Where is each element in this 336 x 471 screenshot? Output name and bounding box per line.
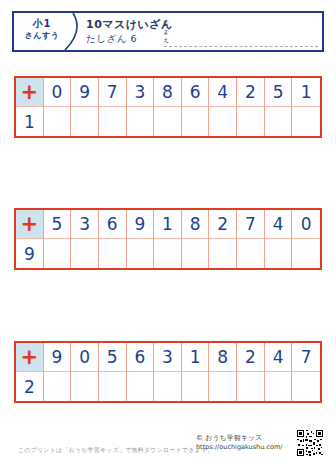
grid1-addend-cell: 1 [16, 107, 44, 136]
addition-grid-2: +53691827409 [14, 208, 322, 270]
grid1-answer-cell-3[interactable] [127, 107, 155, 136]
grid2-answer-cell-5[interactable] [182, 239, 210, 268]
grid2-answer-cell-6[interactable] [209, 239, 237, 268]
grid1-answer-cell-4[interactable] [154, 107, 182, 136]
grid3-answer-cell-5[interactable] [182, 372, 210, 401]
grid2-operand-cell-7: 7 [237, 210, 265, 239]
addition-grid-1: +09738642511 [14, 76, 322, 138]
grid3-answer-cell-1[interactable] [71, 372, 99, 401]
grid1-answer-cell-1[interactable] [71, 107, 99, 136]
grid1-answer-cell-0[interactable] [44, 107, 72, 136]
grid3-operand-cell-4: 3 [154, 343, 182, 372]
grid3-answer-cell-9[interactable] [292, 372, 320, 401]
worksheet-page: 小1 さんすう 10マスけいざん たしざん 6 なまえ +09738642511… [0, 0, 336, 471]
grid1-operand-cell-8: 5 [265, 78, 293, 107]
label-divider-curve [64, 13, 84, 50]
grid2-answer-cell-3[interactable] [127, 239, 155, 268]
name-field-label: なまえ [162, 16, 170, 41]
grid2-operand-cell-6: 2 [209, 210, 237, 239]
grid2-operand-cell-9: 0 [292, 210, 320, 239]
subject-label: さんすう [19, 30, 65, 41]
worksheet-title-block: 10マスけいざん たしざん 6 [86, 17, 173, 46]
grid3-operator-cell: + [16, 343, 44, 372]
grid1-answer-cell-9[interactable] [292, 107, 320, 136]
grid3-operand-cell-1: 0 [71, 343, 99, 372]
grid2-answer-cell-4[interactable] [154, 239, 182, 268]
grade-subject-label: 小1 さんすう [19, 17, 65, 41]
grid1-operand-cell-3: 3 [127, 78, 155, 107]
grid1-answer-cell-8[interactable] [265, 107, 293, 136]
grid3-operand-cell-5: 1 [182, 343, 210, 372]
grid1-answer-cell-2[interactable] [99, 107, 127, 136]
grid1-operand-cell-1: 9 [71, 78, 99, 107]
worksheet-subtitle: たしざん 6 [86, 32, 173, 46]
grid1-operator-cell: + [16, 78, 44, 107]
grid1-operand-cell-9: 1 [292, 78, 320, 107]
grid3-answer-cell-4[interactable] [154, 372, 182, 401]
grid3-operand-cell-2: 5 [99, 343, 127, 372]
grid2-operand-cell-2: 6 [99, 210, 127, 239]
footer-note: このプリントは「おうち学習キッズ」で無料ダウンロードできます。 [18, 446, 213, 455]
grid1-operand-cell-7: 2 [237, 78, 265, 107]
grid2-operand-cell-0: 5 [44, 210, 72, 239]
grid2-operand-cell-3: 9 [127, 210, 155, 239]
grid3-answer-cell-0[interactable] [44, 372, 72, 401]
grid1-answer-cell-7[interactable] [237, 107, 265, 136]
qr-code-icon [297, 430, 323, 456]
grid2-answer-cell-0[interactable] [44, 239, 72, 268]
grid1-operand-cell-0: 0 [44, 78, 72, 107]
grid1-operand-cell-4: 8 [154, 78, 182, 107]
name-entry-line[interactable] [164, 46, 318, 47]
grid3-answer-cell-3[interactable] [127, 372, 155, 401]
grid3-answer-cell-7[interactable] [237, 372, 265, 401]
grid3-answer-cell-8[interactable] [265, 372, 293, 401]
grid2-answer-cell-7[interactable] [237, 239, 265, 268]
grid2-answer-cell-1[interactable] [71, 239, 99, 268]
grid3-operand-cell-0: 9 [44, 343, 72, 372]
grid3-operand-cell-8: 4 [265, 343, 293, 372]
grid1-operand-cell-2: 7 [99, 78, 127, 107]
grid2-operand-cell-5: 8 [182, 210, 210, 239]
footer-credit: © おうち学習キッズ https://ouchigakushu.com/ [196, 433, 282, 452]
grid1-answer-cell-6[interactable] [209, 107, 237, 136]
grid1-operand-cell-6: 4 [209, 78, 237, 107]
grid2-addend-cell: 9 [16, 239, 44, 268]
grid3-operand-cell-7: 2 [237, 343, 265, 372]
grid2-operand-cell-1: 3 [71, 210, 99, 239]
grid3-answer-cell-6[interactable] [209, 372, 237, 401]
copyright-text: © おうち学習キッズ [196, 433, 282, 443]
grid2-answer-cell-9[interactable] [292, 239, 320, 268]
worksheet-header: 小1 さんすう 10マスけいざん たしざん 6 なまえ [12, 11, 324, 52]
site-url: https://ouchigakushu.com/ [196, 443, 282, 452]
grid2-answer-cell-8[interactable] [265, 239, 293, 268]
worksheet-title: 10マスけいざん [86, 17, 173, 32]
addition-grid-3: +90563182472 [14, 341, 322, 403]
grid2-operator-cell: + [16, 210, 44, 239]
grid2-answer-cell-2[interactable] [99, 239, 127, 268]
grid1-operand-cell-5: 6 [182, 78, 210, 107]
grid3-answer-cell-2[interactable] [99, 372, 127, 401]
grade-label: 小1 [19, 17, 65, 30]
grid3-operand-cell-3: 6 [127, 343, 155, 372]
grid3-addend-cell: 2 [16, 372, 44, 401]
grid3-operand-cell-9: 7 [292, 343, 320, 372]
grid2-operand-cell-8: 4 [265, 210, 293, 239]
grid1-answer-cell-5[interactable] [182, 107, 210, 136]
grid2-operand-cell-4: 1 [154, 210, 182, 239]
grid3-operand-cell-6: 8 [209, 343, 237, 372]
